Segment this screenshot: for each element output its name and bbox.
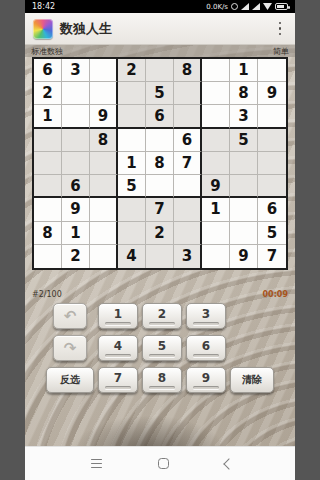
cell-r3c8[interactable]: 3	[230, 105, 258, 128]
status-bar: 18:42 0.0K/s	[25, 0, 295, 13]
cell-r7c6[interactable]	[174, 198, 202, 221]
cell-r4c9[interactable]	[258, 129, 286, 152]
redo-button[interactable]: ↷	[53, 335, 87, 361]
cell-r4c2[interactable]	[62, 129, 90, 152]
cell-r9c4[interactable]: 4	[118, 245, 146, 268]
cell-r1c1[interactable]: 6	[34, 59, 62, 82]
cell-r7c5[interactable]: 7	[146, 198, 174, 221]
cell-r1c7[interactable]	[202, 59, 230, 82]
app-logo-icon	[33, 19, 53, 39]
cell-r6c6[interactable]	[174, 175, 202, 198]
cell-r3c7[interactable]	[202, 105, 230, 128]
digit-count-bar	[149, 386, 175, 389]
cell-r4c8[interactable]: 5	[230, 129, 258, 152]
redo-icon: ↷	[64, 341, 77, 356]
elapsed-timer: 00:09	[263, 290, 288, 299]
puzzle-progress: #2/100	[32, 290, 62, 299]
cell-r3c5[interactable]: 6	[146, 105, 174, 128]
cell-r1c3[interactable]	[90, 59, 118, 82]
cell-r5c5[interactable]: 8	[146, 152, 174, 175]
network-speed: 0.0K/s	[206, 3, 228, 11]
cell-r6c8[interactable]	[230, 175, 258, 198]
cell-r4c7[interactable]	[202, 129, 230, 152]
cell-r7c3[interactable]	[90, 198, 118, 221]
cell-r7c2[interactable]: 9	[62, 198, 90, 221]
cell-r8c9[interactable]: 5	[258, 222, 286, 245]
cell-r1c2[interactable]: 3	[62, 59, 90, 82]
cell-r5c2[interactable]	[62, 152, 90, 175]
cell-r2c5[interactable]: 5	[146, 82, 174, 105]
clear-button[interactable]: 清除	[230, 367, 274, 393]
cell-r5c7[interactable]	[202, 152, 230, 175]
invert-selection-button[interactable]: 反选	[46, 367, 94, 393]
digit-count-bar	[149, 354, 175, 357]
cell-r4c6[interactable]: 6	[174, 129, 202, 152]
digit-key-2[interactable]: 2	[142, 303, 182, 329]
cell-r9c2[interactable]: 2	[62, 245, 90, 268]
cell-r3c6[interactable]	[174, 105, 202, 128]
signal-icon	[241, 3, 249, 10]
cell-r6c9[interactable]	[258, 175, 286, 198]
app-bar: 数独人生	[25, 13, 295, 45]
cell-r3c1[interactable]: 1	[34, 105, 62, 128]
digit-count-bar	[193, 354, 219, 357]
cell-r8c4[interactable]	[118, 222, 146, 245]
cell-r3c2[interactable]	[62, 105, 90, 128]
data-sync-icon	[231, 3, 238, 10]
cell-r5c1[interactable]	[34, 152, 62, 175]
cell-r4c5[interactable]	[146, 129, 174, 152]
back-button[interactable]	[219, 454, 236, 474]
cell-r2c2[interactable]	[62, 82, 90, 105]
home-icon	[158, 458, 169, 469]
cell-r9c7[interactable]	[202, 245, 230, 268]
cell-r7c9[interactable]: 6	[258, 198, 286, 221]
digit-key-4[interactable]: 4	[98, 335, 138, 361]
cell-r8c7[interactable]	[202, 222, 230, 245]
cell-r2c1[interactable]: 2	[34, 82, 62, 105]
cell-r5c9[interactable]	[258, 152, 286, 175]
wifi-icon	[263, 3, 272, 10]
cell-r6c3[interactable]	[90, 175, 118, 198]
recents-button[interactable]	[85, 453, 108, 475]
cell-r7c8[interactable]	[230, 198, 258, 221]
cell-r4c1[interactable]	[34, 129, 62, 152]
cell-r4c3[interactable]: 8	[90, 129, 118, 152]
digit-key-7[interactable]: 7	[98, 367, 138, 393]
cell-r8c1[interactable]: 8	[34, 222, 62, 245]
undo-icon: ↶	[64, 309, 77, 324]
cell-r5c4[interactable]: 1	[118, 152, 146, 175]
cell-r9c1[interactable]	[34, 245, 62, 268]
home-button[interactable]	[152, 452, 175, 475]
digit-count-bar	[149, 322, 175, 325]
digit-key-9[interactable]: 9	[186, 367, 226, 393]
sudoku-board: 63281258919638651876599716812524397	[32, 57, 288, 270]
digit-key-5[interactable]: 5	[142, 335, 182, 361]
cell-r7c4[interactable]	[118, 198, 146, 221]
cell-r3c4[interactable]	[118, 105, 146, 128]
overflow-menu-icon[interactable]	[273, 18, 288, 40]
cell-r6c1[interactable]	[34, 175, 62, 198]
cell-r8c6[interactable]	[174, 222, 202, 245]
cell-r9c8[interactable]: 9	[230, 245, 258, 268]
digit-key-6[interactable]: 6	[186, 335, 226, 361]
cell-r3c9[interactable]	[258, 105, 286, 128]
cell-r8c2[interactable]: 1	[62, 222, 90, 245]
cell-r1c5[interactable]	[146, 59, 174, 82]
digit-key-8[interactable]: 8	[142, 367, 182, 393]
android-nav-bar	[25, 446, 295, 480]
game-mode-label: 标准数独	[31, 46, 63, 57]
back-icon	[223, 458, 234, 469]
sudoku-app-screen: 18:42 0.0K/s 数独人生 标准数独 简单 63281258919638…	[25, 0, 295, 480]
undo-button[interactable]: ↶	[53, 303, 87, 329]
cell-r6c2[interactable]: 6	[62, 175, 90, 198]
cell-r6c5[interactable]	[146, 175, 174, 198]
cell-r9c5[interactable]	[146, 245, 174, 268]
digit-count-bar	[105, 322, 131, 325]
cell-r5c6[interactable]: 7	[174, 152, 202, 175]
cell-r2c9[interactable]: 9	[258, 82, 286, 105]
cell-r1c8[interactable]: 1	[230, 59, 258, 82]
digit-key-1[interactable]: 1	[98, 303, 138, 329]
sub-header: 标准数独 简单	[25, 45, 295, 57]
cell-r7c1[interactable]	[34, 198, 62, 221]
cell-r2c3[interactable]	[90, 82, 118, 105]
cell-r1c4[interactable]: 2	[118, 59, 146, 82]
info-row: #2/100 00:09	[25, 290, 295, 299]
cell-r5c3[interactable]	[90, 152, 118, 175]
digit-count-bar	[105, 354, 131, 357]
cell-r4c4[interactable]	[118, 129, 146, 152]
cell-r8c8[interactable]	[230, 222, 258, 245]
cell-r6c7[interactable]: 9	[202, 175, 230, 198]
cell-r1c9[interactable]	[258, 59, 286, 82]
cell-r9c6[interactable]: 3	[174, 245, 202, 268]
keypad: ↶ 1 2 3 ↷ 4 5 6	[46, 303, 274, 393]
cell-r2c6[interactable]	[174, 82, 202, 105]
recents-icon	[91, 459, 102, 469]
cell-r9c9[interactable]: 7	[258, 245, 286, 268]
cell-r2c7[interactable]	[202, 82, 230, 105]
cell-r2c8[interactable]: 8	[230, 82, 258, 105]
clock: 18:42	[32, 2, 55, 11]
difficulty-label: 简单	[273, 46, 289, 57]
digit-key-3[interactable]: 3	[186, 303, 226, 329]
cell-r5c8[interactable]	[230, 152, 258, 175]
app-title: 数独人生	[60, 20, 112, 38]
cell-r9c3[interactable]	[90, 245, 118, 268]
digit-count-bar	[193, 322, 219, 325]
digit-count-bar	[193, 386, 219, 389]
signal-icon	[252, 3, 260, 10]
battery-icon	[275, 3, 288, 10]
cell-r8c3[interactable]	[90, 222, 118, 245]
cell-r3c3[interactable]: 9	[90, 105, 118, 128]
cell-r7c7[interactable]: 1	[202, 198, 230, 221]
cell-r8c5[interactable]: 2	[146, 222, 174, 245]
cell-r1c6[interactable]: 8	[174, 59, 202, 82]
cell-r6c4[interactable]: 5	[118, 175, 146, 198]
cell-r2c4[interactable]	[118, 82, 146, 105]
digit-count-bar	[105, 386, 131, 389]
